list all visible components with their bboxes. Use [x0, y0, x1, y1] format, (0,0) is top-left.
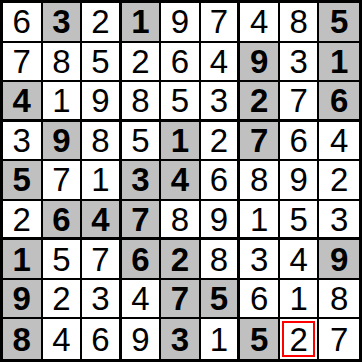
cell-r9c5[interactable]: 3	[161, 319, 201, 359]
cell-r8c2[interactable]: 2	[43, 280, 83, 320]
cell-r8c9[interactable]: 8	[319, 280, 359, 320]
cell-r5c9[interactable]: 2	[319, 161, 359, 201]
cell-r3c8[interactable]: 7	[280, 82, 320, 122]
cell-r5c1[interactable]: 5	[3, 161, 43, 201]
cell-r7c4[interactable]: 6	[122, 240, 162, 280]
cell-r9c6[interactable]: 1	[201, 319, 241, 359]
cell-r6c9[interactable]: 3	[319, 201, 359, 241]
cell-r8c4[interactable]: 4	[122, 280, 162, 320]
cell-r5c7[interactable]: 8	[240, 161, 280, 201]
cell-r9c7[interactable]: 5	[240, 319, 280, 359]
cell-r7c6[interactable]: 8	[201, 240, 241, 280]
cell-r2c1[interactable]: 7	[3, 43, 43, 83]
cell-r1c4[interactable]: 1	[122, 3, 162, 43]
cell-r9c8[interactable]: 2	[280, 319, 320, 359]
cell-r9c9[interactable]: 7	[319, 319, 359, 359]
cell-r7c2[interactable]: 5	[43, 240, 83, 280]
cell-r1c1[interactable]: 6	[3, 3, 43, 43]
cell-r3c1[interactable]: 4	[3, 82, 43, 122]
cell-r8c1[interactable]: 9	[3, 280, 43, 320]
cell-r4c6[interactable]: 2	[201, 122, 241, 162]
cell-r2c3[interactable]: 5	[82, 43, 122, 83]
cell-r6c5[interactable]: 8	[161, 201, 201, 241]
cell-r4c3[interactable]: 8	[82, 122, 122, 162]
cell-r6c4[interactable]: 7	[122, 201, 162, 241]
cell-r8c8[interactable]: 1	[280, 280, 320, 320]
cell-r7c9[interactable]: 9	[319, 240, 359, 280]
cell-r6c6[interactable]: 9	[201, 201, 241, 241]
cell-r2c2[interactable]: 8	[43, 43, 83, 83]
cell-r3c5[interactable]: 5	[161, 82, 201, 122]
cell-r4c1[interactable]: 3	[3, 122, 43, 162]
cell-r8c5[interactable]: 7	[161, 280, 201, 320]
cell-r1c2[interactable]: 3	[43, 3, 83, 43]
cell-r3c3[interactable]: 9	[82, 82, 122, 122]
cell-r4c8[interactable]: 6	[280, 122, 320, 162]
cell-r7c8[interactable]: 4	[280, 240, 320, 280]
cell-r3c4[interactable]: 8	[122, 82, 162, 122]
cell-r8c7[interactable]: 6	[240, 280, 280, 320]
cell-r6c1[interactable]: 2	[3, 201, 43, 241]
cell-r7c3[interactable]: 7	[82, 240, 122, 280]
cell-r1c3[interactable]: 2	[82, 3, 122, 43]
cell-r9c4[interactable]: 9	[122, 319, 162, 359]
cell-r3c2[interactable]: 1	[43, 82, 83, 122]
cell-r4c5[interactable]: 1	[161, 122, 201, 162]
cell-r2c7[interactable]: 9	[240, 43, 280, 83]
cell-r4c4[interactable]: 5	[122, 122, 162, 162]
cell-r3c7[interactable]: 2	[240, 82, 280, 122]
cell-r2c9[interactable]: 1	[319, 43, 359, 83]
cell-r6c7[interactable]: 1	[240, 201, 280, 241]
cell-r6c2[interactable]: 6	[43, 201, 83, 241]
cell-r1c7[interactable]: 4	[240, 3, 280, 43]
cell-r5c6[interactable]: 6	[201, 161, 241, 201]
cell-r7c1[interactable]: 1	[3, 240, 43, 280]
cell-r5c2[interactable]: 7	[43, 161, 83, 201]
cell-r2c8[interactable]: 3	[280, 43, 320, 83]
cell-r6c8[interactable]: 5	[280, 201, 320, 241]
cell-r5c4[interactable]: 3	[122, 161, 162, 201]
cell-r1c8[interactable]: 8	[280, 3, 320, 43]
cell-r3c6[interactable]: 3	[201, 82, 241, 122]
cell-r1c9[interactable]: 5	[319, 3, 359, 43]
cell-r9c1[interactable]: 8	[3, 319, 43, 359]
cell-r4c2[interactable]: 9	[43, 122, 83, 162]
cell-r8c3[interactable]: 3	[82, 280, 122, 320]
cell-r6c3[interactable]: 4	[82, 201, 122, 241]
cell-r9c2[interactable]: 4	[43, 319, 83, 359]
sudoku-board: 6321974857852649314198532763985127645713…	[0, 0, 362, 362]
cell-r5c5[interactable]: 4	[161, 161, 201, 201]
cell-r5c3[interactable]: 1	[82, 161, 122, 201]
cell-r1c6[interactable]: 7	[201, 3, 241, 43]
cell-r4c7[interactable]: 7	[240, 122, 280, 162]
cell-r7c5[interactable]: 2	[161, 240, 201, 280]
cell-r5c8[interactable]: 9	[280, 161, 320, 201]
cell-r4c9[interactable]: 4	[319, 122, 359, 162]
cell-r8c6[interactable]: 5	[201, 280, 241, 320]
cell-r3c9[interactable]: 6	[319, 82, 359, 122]
cell-r1c5[interactable]: 9	[161, 3, 201, 43]
cell-r7c7[interactable]: 3	[240, 240, 280, 280]
cell-r2c6[interactable]: 4	[201, 43, 241, 83]
cell-r2c4[interactable]: 2	[122, 43, 162, 83]
cell-r2c5[interactable]: 6	[161, 43, 201, 83]
cell-r9c3[interactable]: 6	[82, 319, 122, 359]
